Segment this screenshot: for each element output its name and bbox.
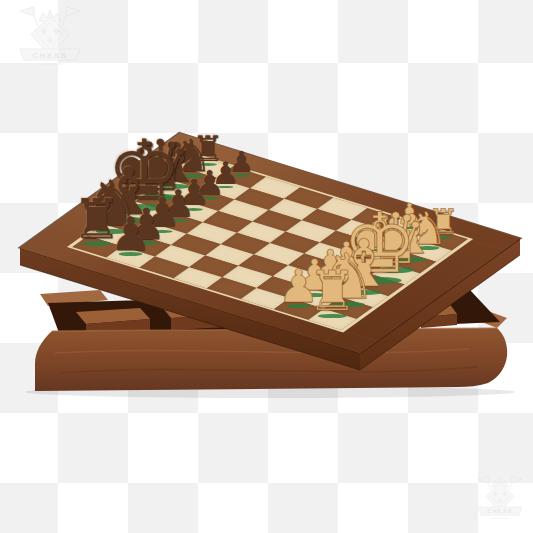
product-image: CHESS [0,0,533,533]
